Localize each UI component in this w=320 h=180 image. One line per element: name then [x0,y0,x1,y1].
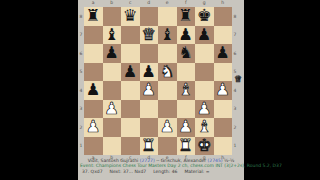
square-h5 [214,63,233,82]
square-g5 [195,63,214,82]
file-label-a: a [84,0,103,6]
white-player-rating: (2727) [140,158,155,163]
square-b5 [103,63,122,82]
square-e6 [158,44,177,63]
square-e2: ♟ [158,118,177,137]
chess-gui: abcdefgh 87654321 ♜♛♜♚♝♛♝♟♟♟♞♟♟♟♞♟♟♝♟♟♟♟… [78,0,244,180]
square-d3 [140,100,159,119]
white-queen: ♛ [141,26,156,45]
black-bishop: ♝ [104,26,119,45]
white-pawn: ♟ [215,81,230,100]
rank-label-7: 7 [232,26,238,45]
black-bishop: ♝ [160,26,175,45]
square-e1 [158,137,177,156]
square-f8: ♜ [177,7,196,26]
square-c3 [121,100,140,119]
black-pawn: ♟ [197,26,212,45]
white-pawn: ♟ [104,100,119,119]
video-frame: abcdefgh 87654321 ♜♛♜♚♝♛♝♟♟♟♞♟♟♟♞♟♟♝♟♟♟♟… [0,0,320,180]
square-h7 [214,26,233,45]
black-queen: ♛ [123,7,138,26]
white-pawn: ♟ [197,100,212,119]
square-f5 [177,63,196,82]
file-label-h: h [214,0,233,6]
square-c7 [121,26,140,45]
file-label-c: c [121,0,140,6]
square-a3 [84,100,103,119]
square-f7: ♟ [177,26,196,45]
square-c1 [121,137,140,156]
square-g2: ♝ [195,118,214,137]
black-rook: ♜ [178,7,193,26]
game-length: Length: 46 [153,170,177,175]
square-c2 [121,118,140,137]
next-move: Next: 37... Nxd7 [110,170,147,175]
square-h3 [214,100,233,119]
square-g4 [195,81,214,100]
square-a8: ♜ [84,7,103,26]
square-g6 [195,44,214,63]
square-b7: ♝ [103,26,122,45]
square-a6 [84,44,103,63]
black-player-rating: (2745) [208,158,223,163]
square-g3: ♟ [195,100,214,119]
square-a1 [84,137,103,156]
square-b1 [103,137,122,156]
rank-label-3: 3 [232,100,238,119]
black-rook: ♜ [86,7,101,26]
square-c6 [121,44,140,63]
letterbox-right [244,0,320,180]
square-e7: ♝ [158,26,177,45]
square-d7: ♛ [140,26,159,45]
material-balance: Material: = [184,170,209,175]
square-d4: ♟ [140,81,159,100]
letterbox-left [0,0,78,180]
square-f3 [177,100,196,119]
caption: Vidit, Santosh Gujrathi (2727) -- Grisch… [78,159,244,174]
current-move: 37. Qxd7 [82,170,103,175]
square-d1: ♜ [140,137,159,156]
rank-label-6: 6 [232,44,238,63]
file-label-d: d [140,0,159,6]
square-f1: ♜ [177,137,196,156]
square-e5: ♞ [158,63,177,82]
black-player-name: Grischuk, Alexander [161,158,206,163]
black-pawn: ♟ [178,26,193,45]
white-pawn: ♟ [160,118,175,137]
square-f6: ♞ [177,44,196,63]
black-pawn: ♟ [123,63,138,82]
square-e8 [158,7,177,26]
file-label-e: e [158,0,177,6]
square-h6: ♟ [214,44,233,63]
rank-label-8: 8 [232,7,238,26]
black-pawn: ♟ [104,44,119,63]
white-bishop: ♝ [197,118,212,137]
square-h1 [214,137,233,156]
square-b8 [103,7,122,26]
white-rook: ♜ [178,137,193,156]
white-knight: ♞ [160,63,175,82]
side-to-move-indicator: ♛ [234,74,242,84]
white-pawn: ♟ [86,118,101,137]
black-pawn: ♟ [215,44,230,63]
square-d6 [140,44,159,63]
white-bishop: ♝ [178,81,193,100]
square-e4 [158,81,177,100]
file-label-f: f [177,0,196,6]
white-king: ♚ [197,137,212,156]
players-separator: -- [156,158,159,163]
square-c4 [121,81,140,100]
square-c5: ♟ [121,63,140,82]
game-result: ½-½ [224,158,234,163]
file-labels-top: abcdefgh [84,0,232,6]
white-player-name: Vidit, Santosh Gujrathi [88,158,139,163]
square-a2: ♟ [84,118,103,137]
square-g7: ♟ [195,26,214,45]
square-f4: ♝ [177,81,196,100]
square-h2 [214,118,233,137]
rank-label-1: 1 [232,137,238,156]
square-a5 [84,63,103,82]
square-b2 [103,118,122,137]
square-d5: ♟ [140,63,159,82]
square-d2 [140,118,159,137]
square-g1: ♚ [195,137,214,156]
white-pawn: ♟ [178,118,193,137]
square-b4 [103,81,122,100]
square-d8 [140,7,159,26]
black-pawn: ♟ [141,63,156,82]
rank-label-2: 2 [232,118,238,137]
file-label-b: b [103,0,122,6]
square-f2: ♟ [177,118,196,137]
move-line: 37. Qxd7 Next: 37... Nxd7 Length: 46 Mat… [78,170,244,175]
chess-board: ♜♛♜♚♝♛♝♟♟♟♞♟♟♟♞♟♟♝♟♟♟♟♟♟♝♜♜♚ [84,7,232,155]
square-h4: ♟ [214,81,233,100]
white-rook: ♜ [141,137,156,156]
square-a4: ♟ [84,81,103,100]
square-b3: ♟ [103,100,122,119]
square-h8 [214,7,233,26]
black-king: ♚ [197,7,212,26]
black-pawn: ♟ [86,81,101,100]
white-pawn: ♟ [141,81,156,100]
square-e3 [158,100,177,119]
square-g8: ♚ [195,7,214,26]
square-a7 [84,26,103,45]
square-b6: ♟ [103,44,122,63]
file-label-g: g [195,0,214,6]
black-knight: ♞ [178,44,193,63]
square-c8: ♛ [121,7,140,26]
